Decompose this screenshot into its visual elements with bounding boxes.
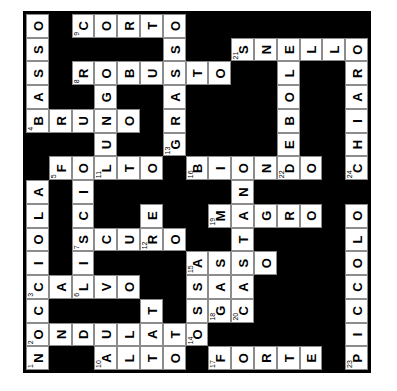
cell-14-3[interactable]: C (345, 275, 368, 299)
cell-letter: G (258, 205, 275, 227)
cell-letter: P (349, 347, 366, 369)
black-cell-10-1 (254, 323, 277, 347)
cell-14-8[interactable]: 24C (345, 156, 368, 180)
cell-letter: I (212, 157, 229, 179)
cell-letter: I (349, 324, 366, 346)
cell-2-12[interactable]: 8R (72, 61, 95, 85)
cell-letter: I (75, 252, 92, 274)
cell-letter: R (53, 110, 70, 132)
cell-letter: O (189, 324, 206, 346)
cell-2-14[interactable]: 9C (72, 14, 95, 38)
cell-5-5[interactable]: 12R (140, 228, 163, 252)
cell-7-4[interactable]: 15A (186, 251, 209, 275)
cell-0-7[interactable]: A (26, 180, 49, 204)
black-cell-13-12 (322, 61, 345, 85)
cell-letter: G (212, 300, 229, 322)
cell-letter: L (30, 205, 47, 227)
cell-9-5[interactable]: T (231, 228, 254, 252)
cell-letter: B (121, 62, 138, 84)
cell-letter: N (30, 347, 47, 369)
cell-letter: S (30, 62, 47, 84)
cell-letter: A (349, 86, 366, 108)
cell-7-3[interactable]: S (186, 275, 209, 299)
cell-letter: A (30, 181, 47, 203)
cell-letter: A (53, 276, 70, 298)
black-cell-13-14 (322, 14, 345, 38)
cell-0-5[interactable]: O (26, 228, 49, 252)
cell-7-8[interactable]: 16B (186, 156, 209, 180)
cell-letter: O (167, 229, 184, 251)
cell-letter: O (121, 110, 138, 132)
black-cell-10-10 (254, 109, 277, 133)
cell-0-4[interactable]: I (26, 251, 49, 275)
cell-letter: S (75, 229, 92, 251)
cell-letter: I (75, 181, 92, 203)
black-cell-13-0 (322, 346, 345, 370)
cell-11-12[interactable]: L (277, 61, 300, 85)
black-cell-7-6 (186, 204, 209, 228)
cell-14-6[interactable]: O (345, 204, 368, 228)
cell-4-8[interactable]: T (117, 156, 140, 180)
cell-letter: O (144, 157, 161, 179)
cell-11-13[interactable]: E (277, 38, 300, 62)
black-cell-13-3 (322, 275, 345, 299)
cell-letter: R (167, 110, 184, 132)
cell-letter: S (167, 62, 184, 84)
cell-11-11[interactable]: O (277, 85, 300, 109)
cell-letter: C (75, 15, 92, 37)
cell-0-11[interactable]: A (26, 85, 49, 109)
cell-letter: A (235, 276, 252, 298)
black-cell-12-4 (300, 251, 323, 275)
cell-letter: H (349, 134, 366, 156)
cell-letter: C (98, 229, 115, 251)
cell-6-13[interactable]: S (163, 38, 186, 62)
cell-letter: O (30, 15, 47, 37)
black-cell-9-11 (231, 85, 254, 109)
cell-6-5[interactable]: O (163, 228, 186, 252)
cell-7-2[interactable]: S (186, 299, 209, 323)
black-cell-9-1 (231, 323, 254, 347)
cell-11-10[interactable]: B (277, 109, 300, 133)
black-cell-12-1 (300, 323, 323, 347)
cell-11-0[interactable]: T (277, 346, 300, 370)
black-cell-4-11 (117, 85, 140, 109)
cell-letter: O (281, 86, 298, 108)
cell-6-14[interactable]: O (163, 14, 186, 38)
cell-letter: R (349, 62, 366, 84)
cell-3-10[interactable]: N (94, 109, 117, 133)
black-cell-3-2 (94, 299, 117, 323)
black-cell-3-6 (94, 204, 117, 228)
cell-14-4[interactable]: O (345, 251, 368, 275)
black-cell-13-6 (322, 204, 345, 228)
cell-letter: S (167, 39, 184, 61)
cell-14-12[interactable]: R (345, 61, 368, 85)
cell-6-12[interactable]: S (163, 61, 186, 85)
cell-14-2[interactable]: C (345, 299, 368, 323)
black-cell-10-2 (254, 299, 277, 323)
cell-letter: G (98, 86, 115, 108)
cell-2-3[interactable]: 6L (72, 275, 95, 299)
black-cell-13-11 (322, 85, 345, 109)
cell-letter: N (258, 39, 275, 61)
cell-letter: C (349, 157, 366, 179)
black-cell-11-3 (277, 275, 300, 299)
cell-5-6[interactable]: E (140, 204, 163, 228)
black-cell-14-14 (345, 14, 368, 38)
cell-letter: A (189, 252, 206, 274)
black-cell-5-3 (140, 275, 163, 299)
cell-letter: A (167, 86, 184, 108)
cell-letter: R (258, 347, 275, 369)
cell-9-6[interactable]: A (231, 204, 254, 228)
cell-letter: R (281, 205, 298, 227)
black-cell-1-5 (49, 228, 72, 252)
cell-14-9[interactable]: H (345, 133, 368, 157)
cell-12-8[interactable]: O (300, 156, 323, 180)
cell-10-0[interactable]: R (254, 346, 277, 370)
cell-7-1[interactable]: 14O (186, 323, 209, 347)
cell-3-0[interactable]: 10A (94, 346, 117, 370)
black-cell-7-13 (186, 38, 209, 62)
cell-letter: T (121, 157, 138, 179)
cell-9-2[interactable]: 20C (231, 299, 254, 323)
cell-6-1[interactable]: T (163, 323, 186, 347)
cell-letter: A (212, 276, 229, 298)
cell-12-6[interactable]: O (300, 204, 323, 228)
black-cell-7-9 (186, 133, 209, 157)
cell-letter: B (281, 110, 298, 132)
cell-letter: C (349, 300, 366, 322)
cell-3-3[interactable]: V (94, 275, 117, 299)
cell-letter: O (349, 39, 366, 61)
cell-letter: S (189, 300, 206, 322)
black-cell-6-6 (163, 204, 186, 228)
cell-letter: O (349, 205, 366, 227)
black-cell-1-2 (49, 299, 72, 323)
black-cell-13-10 (322, 109, 345, 133)
cell-letter: L (349, 229, 366, 251)
cell-letter: R (75, 62, 92, 84)
black-cell-5-4 (140, 251, 163, 275)
cell-letter: F (212, 347, 229, 369)
cell-4-5[interactable]: U (117, 228, 140, 252)
black-cell-12-3 (300, 275, 323, 299)
black-cell-8-5 (208, 228, 231, 252)
cell-letter: R (121, 15, 138, 37)
cell-0-3[interactable]: 3C (26, 275, 49, 299)
cell-2-6[interactable]: C (72, 204, 95, 228)
cell-letter: U (75, 110, 92, 132)
cell-letter: T (167, 324, 184, 346)
black-cell-8-14 (208, 14, 231, 38)
black-cell-10-11 (254, 85, 277, 109)
black-cell-0-8 (26, 156, 49, 180)
black-cell-12-11 (300, 85, 323, 109)
cell-letter: T (235, 229, 252, 251)
black-cell-11-4 (277, 251, 300, 275)
black-cell-1-14 (49, 14, 72, 38)
cell-14-13[interactable]: O (345, 38, 368, 62)
cell-letter: N (53, 324, 70, 346)
cell-9-7[interactable]: N (231, 180, 254, 204)
black-cell-1-6 (49, 204, 72, 228)
black-cell-11-14 (277, 14, 300, 38)
cell-letter: N (258, 157, 275, 179)
black-cell-12-7 (300, 180, 323, 204)
cell-0-6[interactable]: L (26, 204, 49, 228)
cell-3-5[interactable]: C (94, 228, 117, 252)
black-cell-13-7 (322, 180, 345, 204)
cell-letter: L (121, 324, 138, 346)
black-cell-1-13 (49, 38, 72, 62)
black-cell-10-12 (254, 61, 277, 85)
cell-letter: O (167, 347, 184, 369)
cell-letter: O (235, 347, 252, 369)
cell-1-3[interactable]: A (49, 275, 72, 299)
black-cell-0-9 (26, 133, 49, 157)
black-cell-6-7 (163, 180, 186, 204)
cell-6-0[interactable]: O (163, 346, 186, 370)
cell-letter: S (235, 39, 252, 61)
black-cell-10-14 (254, 14, 277, 38)
cell-letter: L (98, 157, 115, 179)
cell-letter: T (281, 347, 298, 369)
black-cell-7-10 (186, 109, 209, 133)
black-cell-13-9 (322, 133, 345, 157)
cell-8-3[interactable]: A (208, 275, 231, 299)
cell-10-13[interactable]: N (254, 38, 277, 62)
cell-1-1[interactable]: N (49, 323, 72, 347)
cell-letter: E (144, 205, 161, 227)
cell-9-4[interactable]: S (231, 251, 254, 275)
cell-8-2[interactable]: 18G (208, 299, 231, 323)
cell-7-12[interactable]: T (186, 61, 209, 85)
cell-4-14[interactable]: R (117, 14, 140, 38)
cell-letter: C (349, 276, 366, 298)
black-cell-2-0 (72, 346, 95, 370)
cell-letter: O (167, 15, 184, 37)
black-cell-12-10 (300, 109, 323, 133)
cell-letter: D (281, 157, 298, 179)
cell-letter: F (53, 157, 70, 179)
black-cell-2-11 (72, 85, 95, 109)
cell-2-7[interactable]: I (72, 180, 95, 204)
cell-5-1[interactable]: A (140, 323, 163, 347)
black-cell-7-7 (186, 180, 209, 204)
cell-8-4[interactable]: S (208, 251, 231, 275)
cell-14-5[interactable]: L (345, 228, 368, 252)
cell-5-12[interactable]: U (140, 61, 163, 85)
cell-letter: O (98, 15, 115, 37)
cell-5-8[interactable]: O (140, 156, 163, 180)
cell-letter: U (121, 229, 138, 251)
cell-6-11[interactable]: A (163, 85, 186, 109)
black-cell-5-10 (140, 109, 163, 133)
cell-9-0[interactable]: O (231, 346, 254, 370)
black-cell-7-5 (186, 228, 209, 252)
cell-4-3[interactable]: O (117, 275, 140, 299)
cell-4-1[interactable]: L (117, 323, 140, 347)
cell-11-6[interactable]: R (277, 204, 300, 228)
cell-14-0[interactable]: 23P (345, 346, 368, 370)
black-cell-3-7 (94, 180, 117, 204)
black-cell-11-1 (277, 323, 300, 347)
black-cell-12-14 (300, 14, 323, 38)
cell-letter: C (30, 276, 47, 298)
cell-0-12[interactable]: S (26, 61, 49, 85)
cell-0-1[interactable]: 2O (26, 323, 49, 347)
cell-letter: C (235, 300, 252, 322)
cell-14-10[interactable]: I (345, 109, 368, 133)
cell-letter: T (144, 347, 161, 369)
cell-letter: O (303, 157, 320, 179)
black-cell-2-13 (72, 38, 95, 62)
cell-14-11[interactable]: A (345, 85, 368, 109)
black-cell-9-9 (231, 133, 254, 157)
cell-2-10[interactable]: U (72, 109, 95, 133)
black-cell-2-9 (72, 133, 95, 157)
cell-11-9[interactable]: E (277, 133, 300, 157)
cell-letter: T (189, 62, 206, 84)
black-cell-11-5 (277, 228, 300, 252)
cell-3-1[interactable]: U (94, 323, 117, 347)
cell-10-4[interactable]: O (254, 251, 277, 275)
cell-2-4[interactable]: I (72, 251, 95, 275)
cell-letter: B (189, 157, 206, 179)
cell-letter: S (212, 252, 229, 274)
cell-4-0[interactable]: L (117, 346, 140, 370)
cell-8-6[interactable]: 19M (208, 204, 231, 228)
cell-4-12[interactable]: B (117, 61, 140, 85)
cell-letter: O (235, 157, 252, 179)
cell-letter: O (303, 205, 320, 227)
cell-13-13[interactable]: L (322, 38, 345, 62)
cell-letter: U (144, 62, 161, 84)
cell-10-8[interactable]: N (254, 156, 277, 180)
cell-5-14[interactable]: T (140, 14, 163, 38)
black-cell-9-14 (231, 14, 254, 38)
black-cell-4-2 (117, 299, 140, 323)
cell-10-6[interactable]: G (254, 204, 277, 228)
cell-0-0[interactable]: 1N (26, 346, 49, 370)
cell-letter: L (75, 276, 92, 298)
cell-8-0[interactable]: 17F (208, 346, 231, 370)
cell-3-8[interactable]: 11L (94, 156, 117, 180)
black-cell-11-2 (277, 299, 300, 323)
black-cell-8-10 (208, 109, 231, 133)
cell-12-13[interactable]: L (300, 38, 323, 62)
cell-letter: O (75, 157, 92, 179)
black-cell-13-5 (322, 228, 345, 252)
cell-letter: S (235, 252, 252, 274)
cell-0-2[interactable]: C (26, 299, 49, 323)
black-cell-14-7 (345, 180, 368, 204)
cell-letter: M (212, 205, 229, 227)
cell-4-10[interactable]: O (117, 109, 140, 133)
cell-5-0[interactable]: T (140, 346, 163, 370)
cell-2-8[interactable]: O (72, 156, 95, 180)
black-cell-4-7 (117, 180, 140, 204)
cell-3-11[interactable]: G (94, 85, 117, 109)
black-cell-8-11 (208, 85, 231, 109)
black-cell-8-9 (208, 133, 231, 157)
cell-5-2[interactable]: T (140, 299, 163, 323)
crossword-board: 1N2OC3CIOLA4BASSONA5FRD6LI7SCIOU8R9C10AU… (23, 11, 371, 373)
cell-letter: T (144, 15, 161, 37)
cell-letter: D (75, 324, 92, 346)
cell-letter: E (281, 39, 298, 61)
black-cell-1-9 (49, 133, 72, 157)
cell-letter: E (281, 134, 298, 156)
black-cell-6-4 (163, 251, 186, 275)
black-cell-13-2 (322, 299, 345, 323)
cell-6-10[interactable]: R (163, 109, 186, 133)
black-cell-1-0 (49, 346, 72, 370)
cell-9-13[interactable]: 21S (231, 38, 254, 62)
cell-letter: A (235, 205, 252, 227)
black-cell-4-4 (117, 251, 140, 275)
cell-1-10[interactable]: R (49, 109, 72, 133)
black-cell-12-12 (300, 61, 323, 85)
black-cell-10-7 (254, 180, 277, 204)
cell-9-8[interactable]: O (231, 156, 254, 180)
cell-0-10[interactable]: 4B (26, 109, 49, 133)
scanned-page: 1N2OC3CIOLA4BASSONA5FRD6LI7SCIOU8R9C10AU… (0, 0, 397, 391)
cell-8-12[interactable]: O (208, 61, 231, 85)
cell-letter: O (349, 252, 366, 274)
cell-2-1[interactable]: D (72, 323, 95, 347)
cell-letter: U (98, 324, 115, 346)
black-cell-12-2 (300, 299, 323, 323)
cell-letter: I (30, 252, 47, 274)
cell-6-9[interactable]: 13G (163, 133, 186, 157)
black-cell-3-13 (94, 38, 117, 62)
cell-2-5[interactable]: 7S (72, 228, 95, 252)
cell-0-13[interactable]: S (26, 38, 49, 62)
black-cell-1-7 (49, 180, 72, 204)
cell-3-12[interactable]: O (94, 61, 117, 85)
cell-14-1[interactable]: I (345, 323, 368, 347)
black-cell-10-9 (254, 133, 277, 157)
cell-3-9[interactable]: U (94, 133, 117, 157)
black-cell-1-4 (49, 251, 72, 275)
cell-letter: O (98, 62, 115, 84)
black-cell-5-13 (140, 38, 163, 62)
cell-12-0[interactable]: E (300, 346, 323, 370)
cell-letter: G (167, 134, 184, 156)
black-cell-11-7 (277, 180, 300, 204)
cell-letter: L (121, 347, 138, 369)
cell-letter: L (326, 39, 343, 61)
cell-letter: T (144, 300, 161, 322)
black-cell-7-0 (186, 346, 209, 370)
black-cell-1-11 (49, 85, 72, 109)
cell-letter: I (349, 110, 366, 132)
cell-letter: O (212, 62, 229, 84)
cell-letter: A (144, 324, 161, 346)
black-cell-12-9 (300, 133, 323, 157)
cell-8-8[interactable]: I (208, 156, 231, 180)
black-cell-10-5 (254, 228, 277, 252)
cell-0-14[interactable]: O (26, 14, 49, 38)
cell-3-14[interactable]: O (94, 14, 117, 38)
cell-9-3[interactable]: A (231, 275, 254, 299)
cell-letter: V (98, 276, 115, 298)
cell-11-8[interactable]: 22D (277, 156, 300, 180)
cell-1-8[interactable]: 5F (49, 156, 72, 180)
